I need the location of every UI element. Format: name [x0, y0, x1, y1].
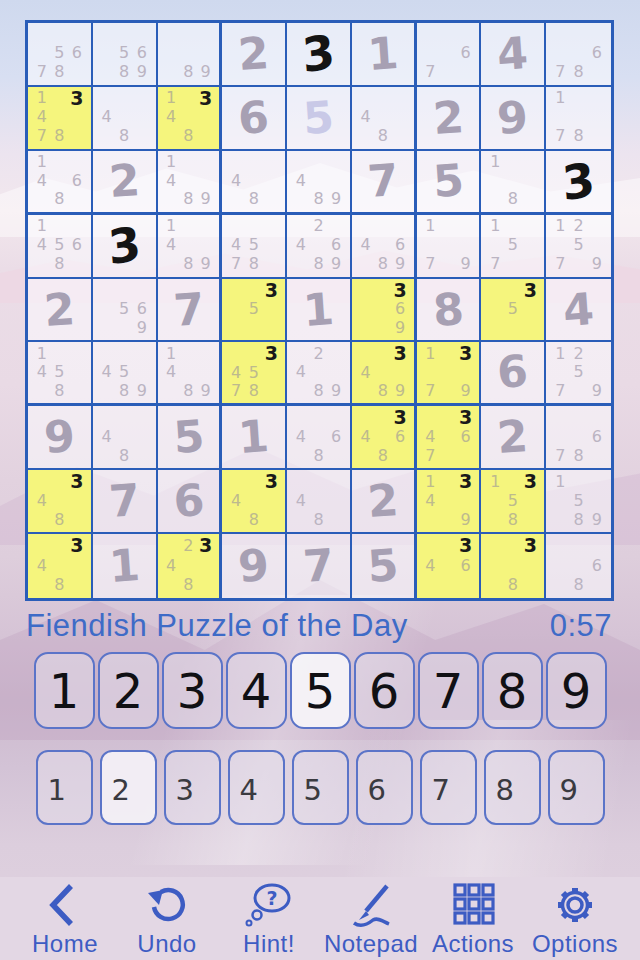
cell-r7c1[interactable]: 9 — [28, 406, 93, 470]
cell-r1c3[interactable]: 89 — [158, 23, 223, 87]
given-digit: 5 — [155, 404, 221, 470]
actions-label: Actions — [432, 930, 514, 958]
pencil-marks: 3489 — [357, 344, 409, 400]
cell-r2c1[interactable]: 13478 — [28, 87, 93, 151]
given-digit: 7 — [350, 149, 416, 214]
pencil-marks: 346 — [422, 536, 475, 595]
notepad-label: Notepad — [324, 930, 418, 958]
cell-r9c8[interactable]: 38 — [481, 534, 546, 598]
pencil-marks: 489 — [292, 153, 345, 209]
home-label: Home — [32, 930, 98, 958]
numpad-small-1[interactable]: 1 — [36, 750, 93, 825]
cell-r5c1[interactable]: 2 — [28, 279, 93, 343]
cell-r8c7[interactable]: 1349 — [417, 470, 482, 534]
pencil-marks: 12579 — [551, 217, 606, 274]
pencil-marks: 1458 — [33, 344, 86, 400]
pencil-marks: 13478 — [33, 89, 86, 146]
placed-digit: 3 — [90, 210, 157, 282]
numpad-small-3[interactable]: 3 — [164, 750, 221, 825]
cell-r1c9[interactable]: 678 — [546, 23, 611, 87]
given-digit: 1 — [91, 532, 158, 600]
pencil-marks: 48 — [292, 472, 345, 529]
cell-r6c3[interactable]: 1489 — [158, 342, 223, 406]
pencil-marks: 5678 — [33, 25, 86, 82]
given-digit: 9 — [479, 85, 546, 151]
pencil-marks: 2348 — [163, 536, 215, 595]
given-digit: 7 — [91, 468, 158, 534]
numpad-small-6[interactable]: 6 — [356, 750, 413, 825]
numpad-small-8[interactable]: 8 — [484, 750, 541, 825]
cell-r5c8[interactable]: 35 — [481, 279, 546, 343]
pencil-marks: 48 — [227, 153, 280, 209]
pencil-marks: 38 — [486, 536, 539, 595]
numpad-big-5[interactable]: 5 — [290, 652, 351, 729]
cell-r9c9[interactable]: 68 — [546, 534, 611, 598]
pencil-marks: 89 — [163, 25, 215, 82]
numpad-big-9[interactable]: 9 — [546, 652, 607, 729]
cell-r5c4[interactable]: 35 — [222, 279, 287, 343]
given-digit: 1 — [350, 21, 416, 87]
cell-r6c5[interactable]: 2489 — [287, 342, 352, 406]
cell-r3c5[interactable]: 489 — [287, 151, 352, 215]
cell-r9c1[interactable]: 348 — [28, 534, 93, 598]
cell-r3c8[interactable]: 18 — [481, 151, 546, 215]
pencil-marks: 1358 — [486, 472, 539, 529]
pencil-marks: 348 — [33, 472, 86, 529]
pencil-marks: 4578 — [227, 217, 280, 274]
pencil-marks: 178 — [551, 89, 606, 146]
thought-bubble-question-icon: ? — [243, 882, 295, 929]
cell-r2c3[interactable]: 1348 — [158, 87, 223, 151]
pencil-marks: 678 — [551, 408, 606, 465]
pencil-marks: 35 — [227, 281, 280, 338]
numpad-big-6[interactable]: 6 — [354, 652, 415, 729]
numpad-big-7[interactable]: 7 — [418, 652, 479, 729]
cell-r4c3[interactable]: 1489 — [158, 215, 223, 279]
pencil-marks: 3467 — [422, 408, 475, 465]
given-digit: 7 — [155, 276, 221, 342]
cell-r7c6[interactable]: 3468 — [352, 406, 417, 470]
cell-r1c2[interactable]: 5689 — [93, 23, 158, 87]
cell-r6c1[interactable]: 1458 — [28, 342, 93, 406]
cell-r6c7[interactable]: 1379 — [417, 342, 482, 406]
cell-r8c5[interactable]: 48 — [287, 470, 352, 534]
given-digit: 2 — [220, 21, 287, 87]
given-digit: 9 — [26, 404, 93, 470]
cell-r6c6[interactable]: 3489 — [352, 342, 417, 406]
pencil-marks: 1349 — [422, 472, 475, 529]
cell-r5c2[interactable]: 569 — [93, 279, 158, 343]
numpad-small: 123456789 — [0, 750, 640, 825]
pencil-marks: 48 — [357, 89, 409, 146]
numpad-big-1[interactable]: 1 — [34, 652, 95, 729]
title-bar: Fiendish Puzzle of the Day 0:57 — [26, 606, 612, 646]
back-chevron-icon — [42, 882, 88, 929]
cell-r8c8[interactable]: 1358 — [481, 470, 546, 534]
given-digit: 1 — [285, 276, 352, 342]
given-digit: 6 — [220, 85, 287, 151]
pencil-marks: 68 — [551, 536, 606, 595]
cell-r1c7[interactable]: 67 — [417, 23, 482, 87]
cell-r6c9[interactable]: 12579 — [546, 342, 611, 406]
cell-r6c4[interactable]: 34578 — [222, 342, 287, 406]
cell-r5c9[interactable]: 4 — [546, 279, 611, 343]
cell-r9c3[interactable]: 2348 — [158, 534, 223, 598]
cell-r8c6[interactable]: 2 — [352, 470, 417, 534]
pencil-marks: 34578 — [227, 344, 280, 400]
given-digit: 2 — [91, 149, 158, 214]
pencil-marks: 1489 — [163, 344, 215, 400]
cell-r7c9[interactable]: 678 — [546, 406, 611, 470]
numpad-big: 123456789 — [0, 652, 640, 729]
cell-r7c7[interactable]: 3467 — [417, 406, 482, 470]
pencil-marks: 1589 — [551, 472, 606, 529]
undo-arrow-icon — [144, 882, 190, 929]
cell-r4c7[interactable]: 179 — [417, 215, 482, 279]
undo-label: Undo — [137, 930, 196, 958]
cell-r5c3[interactable]: 7 — [158, 279, 223, 343]
cell-r8c4[interactable]: 348 — [222, 470, 287, 534]
given-digit: 5 — [415, 149, 482, 214]
entered-digit: 5 — [285, 85, 352, 151]
pencil-marks: 179 — [422, 217, 475, 274]
given-digit: 1 — [220, 404, 287, 470]
given-digit: 6 — [155, 468, 221, 534]
cell-r4c8[interactable]: 157 — [481, 215, 546, 279]
given-digit: 5 — [350, 532, 416, 600]
numpad-small-4[interactable]: 4 — [228, 750, 285, 825]
given-digit: 4 — [479, 21, 546, 87]
undo-button[interactable]: Undo — [116, 877, 218, 960]
cell-r4c6[interactable]: 4689 — [352, 215, 417, 279]
pencil-marks: 468 — [292, 408, 345, 465]
cell-r9c4[interactable]: 9 — [222, 534, 287, 598]
cell-r9c2[interactable]: 1 — [93, 534, 158, 598]
cell-r8c1[interactable]: 348 — [28, 470, 93, 534]
pencil-marks: 48 — [98, 89, 151, 146]
cell-r4c9[interactable]: 12579 — [546, 215, 611, 279]
pencil-marks: 3468 — [357, 408, 409, 465]
actions-button[interactable]: Actions — [422, 877, 524, 960]
cell-r3c1[interactable]: 1468 — [28, 151, 93, 215]
pencil-marks: 1348 — [163, 89, 215, 146]
pencil-marks: 5689 — [98, 25, 151, 82]
pencil-marks: 157 — [486, 217, 539, 274]
pencil-marks: 14568 — [33, 217, 86, 274]
cell-r1c1[interactable]: 5678 — [28, 23, 93, 87]
cell-r1c6[interactable]: 1 — [352, 23, 417, 87]
cell-r3c3[interactable]: 1489 — [158, 151, 223, 215]
cell-r8c2[interactable]: 7 — [93, 470, 158, 534]
timer: 0:57 — [550, 608, 612, 644]
cell-r2c9[interactable]: 178 — [546, 87, 611, 151]
cell-r1c4[interactable]: 2 — [222, 23, 287, 87]
numpad-big-4[interactable]: 4 — [226, 652, 287, 729]
home-button[interactable]: Home — [14, 877, 116, 960]
cell-r3c2[interactable]: 2 — [93, 151, 158, 215]
hint-button[interactable]: ? Hint! — [218, 877, 320, 960]
cell-r2c8[interactable]: 9 — [481, 87, 546, 151]
gear-icon — [552, 882, 598, 929]
pencil-marks: 35 — [486, 281, 539, 338]
pencil-marks: 348 — [33, 536, 86, 595]
numpad-big-2[interactable]: 2 — [98, 652, 159, 729]
bottom-toolbar: Home Undo ? Hint! Notepad — [0, 877, 640, 960]
pencil-marks: 1468 — [33, 153, 86, 209]
cell-r6c2[interactable]: 4589 — [93, 342, 158, 406]
puzzle-title: Fiendish Puzzle of the Day — [26, 608, 408, 644]
given-digit: 9 — [220, 532, 287, 600]
given-digit: 2 — [415, 85, 482, 151]
given-digit: 8 — [415, 276, 482, 342]
given-digit: 6 — [479, 340, 546, 405]
pencil-marks: 1379 — [422, 344, 475, 400]
options-button[interactable]: Options — [524, 877, 626, 960]
pencil-marks: 569 — [98, 281, 151, 338]
notepad-button[interactable]: Notepad — [320, 877, 422, 960]
pencil-marks: 12579 — [551, 344, 606, 400]
pencil-marks: 348 — [227, 472, 280, 529]
pencil-marks: 2489 — [292, 344, 345, 400]
cell-r2c7[interactable]: 2 — [417, 87, 482, 151]
numpad-big-3[interactable]: 3 — [162, 652, 223, 729]
cell-r3c9[interactable]: 3 — [546, 151, 611, 215]
cell-r6c8[interactable]: 6 — [481, 342, 546, 406]
cell-r7c2[interactable]: 48 — [93, 406, 158, 470]
grid-icon — [450, 882, 496, 929]
cell-r8c3[interactable]: 6 — [158, 470, 223, 534]
cell-r3c6[interactable]: 7 — [352, 151, 417, 215]
cell-r4c1[interactable]: 14568 — [28, 215, 93, 279]
cell-r1c5[interactable]: 3 — [287, 23, 352, 87]
numpad-small-9[interactable]: 9 — [548, 750, 605, 825]
given-digit: 2 — [350, 468, 416, 534]
cell-r7c5[interactable]: 468 — [287, 406, 352, 470]
cell-r3c4[interactable]: 48 — [222, 151, 287, 215]
pencil-icon — [348, 882, 394, 929]
cell-r2c4[interactable]: 6 — [222, 87, 287, 151]
cell-r5c7[interactable]: 8 — [417, 279, 482, 343]
pencil-marks: 67 — [422, 25, 475, 82]
cell-r5c5[interactable]: 1 — [287, 279, 352, 343]
cell-r7c3[interactable]: 5 — [158, 406, 223, 470]
pencil-marks: 369 — [357, 281, 409, 338]
given-digit: 2 — [26, 276, 93, 342]
cell-r2c6[interactable]: 48 — [352, 87, 417, 151]
pencil-marks: 18 — [486, 153, 539, 209]
cell-r4c4[interactable]: 4578 — [222, 215, 287, 279]
placed-digit: 3 — [285, 18, 352, 90]
svg-text:?: ? — [266, 887, 277, 909]
pencil-marks: 1489 — [163, 217, 215, 274]
placed-digit: 3 — [544, 146, 613, 217]
hint-label: Hint! — [243, 930, 295, 958]
numpad-small-5[interactable]: 5 — [292, 750, 349, 825]
cell-r5c6[interactable]: 369 — [352, 279, 417, 343]
cell-r2c2[interactable]: 48 — [93, 87, 158, 151]
sudoku-board: 5678568989231674678134784813486548291781… — [25, 20, 614, 601]
pencil-marks: 1489 — [163, 153, 215, 209]
given-digit: 7 — [285, 532, 352, 600]
cell-r9c7[interactable]: 346 — [417, 534, 482, 598]
cell-r1c8[interactable]: 4 — [481, 23, 546, 87]
pencil-marks: 48 — [98, 408, 151, 465]
cell-r4c2[interactable]: 3 — [93, 215, 158, 279]
cell-r9c6[interactable]: 5 — [352, 534, 417, 598]
pencil-marks: 4689 — [357, 217, 409, 274]
pencil-marks: 678 — [551, 25, 606, 82]
numpad-small-2[interactable]: 2 — [100, 750, 157, 825]
pencil-marks: 24689 — [292, 217, 345, 274]
cell-r7c4[interactable]: 1 — [222, 406, 287, 470]
given-digit: 2 — [479, 404, 546, 470]
given-digit: 4 — [544, 276, 613, 342]
cell-r3c7[interactable]: 5 — [417, 151, 482, 215]
options-label: Options — [532, 930, 618, 958]
numpad-small-7[interactable]: 7 — [420, 750, 477, 825]
cell-r2c5[interactable]: 5 — [287, 87, 352, 151]
cell-r8c9[interactable]: 1589 — [546, 470, 611, 534]
cell-r7c8[interactable]: 2 — [481, 406, 546, 470]
cell-r4c5[interactable]: 24689 — [287, 215, 352, 279]
cell-r9c5[interactable]: 7 — [287, 534, 352, 598]
numpad-big-8[interactable]: 8 — [482, 652, 543, 729]
pencil-marks: 4589 — [98, 344, 151, 400]
